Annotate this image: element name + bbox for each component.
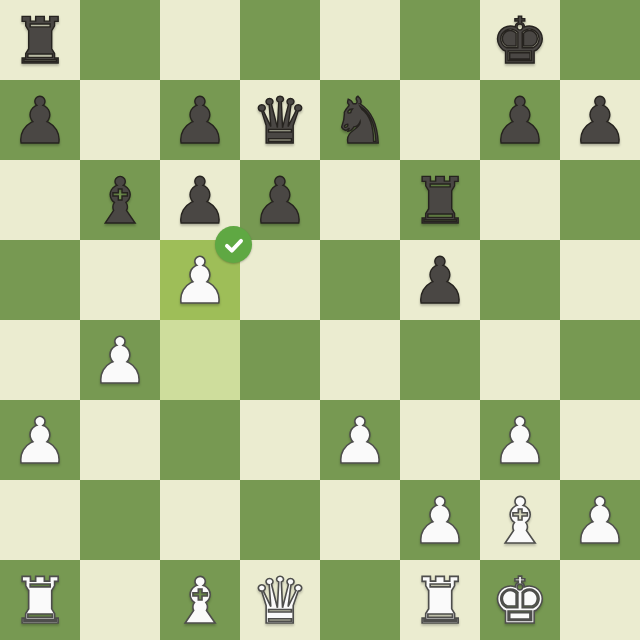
square-h8[interactable] (560, 0, 640, 80)
square-f8[interactable] (400, 0, 480, 80)
piece-white-bishop[interactable]: ♝ (171, 569, 228, 633)
square-f4[interactable] (400, 320, 480, 400)
square-d5[interactable] (240, 240, 320, 320)
board-edge-left (0, 0, 1, 640)
square-f6[interactable]: ♜ (400, 160, 480, 240)
piece-black-pawn[interactable]: ♟ (171, 89, 228, 153)
square-a6[interactable] (0, 160, 80, 240)
piece-white-pawn[interactable]: ♟ (11, 409, 68, 473)
square-g3[interactable]: ♟ (480, 400, 560, 480)
square-b7[interactable] (80, 80, 160, 160)
piece-white-pawn[interactable]: ♟ (171, 249, 228, 313)
piece-black-queen[interactable]: ♛ (251, 89, 308, 153)
square-f7[interactable] (400, 80, 480, 160)
piece-black-bishop[interactable]: ♝ (91, 169, 148, 233)
square-e4[interactable] (320, 320, 400, 400)
square-d7[interactable]: ♛ (240, 80, 320, 160)
piece-black-pawn[interactable]: ♟ (11, 89, 68, 153)
square-d2[interactable] (240, 480, 320, 560)
square-h4[interactable] (560, 320, 640, 400)
square-b5[interactable] (80, 240, 160, 320)
square-a5[interactable] (0, 240, 80, 320)
piece-black-pawn[interactable]: ♟ (171, 169, 228, 233)
square-g2[interactable]: ♝ (480, 480, 560, 560)
piece-white-bishop[interactable]: ♝ (491, 489, 548, 553)
piece-white-rook[interactable]: ♜ (411, 569, 468, 633)
square-e1[interactable] (320, 560, 400, 640)
square-f5[interactable]: ♟ (400, 240, 480, 320)
piece-white-king[interactable]: ♚ (491, 569, 548, 633)
check-icon (221, 232, 247, 258)
square-b4[interactable]: ♟ (80, 320, 160, 400)
square-g6[interactable] (480, 160, 560, 240)
square-g5[interactable] (480, 240, 560, 320)
square-a8[interactable]: ♜ (0, 0, 80, 80)
square-e2[interactable] (320, 480, 400, 560)
piece-white-queen[interactable]: ♛ (251, 569, 308, 633)
piece-white-pawn[interactable]: ♟ (491, 409, 548, 473)
square-h1[interactable] (560, 560, 640, 640)
correct-move-badge (215, 226, 252, 263)
square-b2[interactable] (80, 480, 160, 560)
piece-black-rook[interactable]: ♜ (11, 9, 68, 73)
square-d8[interactable] (240, 0, 320, 80)
piece-white-pawn[interactable]: ♟ (331, 409, 388, 473)
square-e8[interactable] (320, 0, 400, 80)
square-a4[interactable] (0, 320, 80, 400)
square-d1[interactable]: ♛ (240, 560, 320, 640)
square-a1[interactable]: ♜ (0, 560, 80, 640)
square-a2[interactable] (0, 480, 80, 560)
square-c3[interactable] (160, 400, 240, 480)
square-c7[interactable]: ♟ (160, 80, 240, 160)
square-c1[interactable]: ♝ (160, 560, 240, 640)
piece-white-rook[interactable]: ♜ (11, 569, 68, 633)
square-h3[interactable] (560, 400, 640, 480)
square-g8[interactable]: ♚ (480, 0, 560, 80)
piece-black-pawn[interactable]: ♟ (491, 89, 548, 153)
square-h2[interactable]: ♟ (560, 480, 640, 560)
piece-black-pawn[interactable]: ♟ (251, 169, 308, 233)
square-f3[interactable] (400, 400, 480, 480)
square-d4[interactable] (240, 320, 320, 400)
square-b6[interactable]: ♝ (80, 160, 160, 240)
square-h7[interactable]: ♟ (560, 80, 640, 160)
square-e5[interactable] (320, 240, 400, 320)
piece-black-knight[interactable]: ♞ (331, 89, 388, 153)
square-f1[interactable]: ♜ (400, 560, 480, 640)
square-c8[interactable] (160, 0, 240, 80)
piece-black-rook[interactable]: ♜ (411, 169, 468, 233)
square-b3[interactable] (80, 400, 160, 480)
piece-white-pawn[interactable]: ♟ (91, 329, 148, 393)
chess-app-frame: ♜♚♟♟♛♞♟♟♝♟♟♜♟♟♟♟♟♟♟♝♟♜♝♛♜♚ (0, 0, 640, 640)
square-f2[interactable]: ♟ (400, 480, 480, 560)
square-h6[interactable] (560, 160, 640, 240)
piece-black-pawn[interactable]: ♟ (571, 89, 628, 153)
piece-white-pawn[interactable]: ♟ (411, 489, 468, 553)
square-e6[interactable] (320, 160, 400, 240)
square-g4[interactable] (480, 320, 560, 400)
square-d3[interactable] (240, 400, 320, 480)
square-g1[interactable]: ♚ (480, 560, 560, 640)
square-e7[interactable]: ♞ (320, 80, 400, 160)
square-c4[interactable] (160, 320, 240, 400)
square-c2[interactable] (160, 480, 240, 560)
square-d6[interactable]: ♟ (240, 160, 320, 240)
piece-black-king[interactable]: ♚ (491, 9, 548, 73)
chess-board: ♜♚♟♟♛♞♟♟♝♟♟♜♟♟♟♟♟♟♟♝♟♜♝♛♜♚ (0, 0, 640, 640)
square-g7[interactable]: ♟ (480, 80, 560, 160)
square-a3[interactable]: ♟ (0, 400, 80, 480)
piece-white-pawn[interactable]: ♟ (571, 489, 628, 553)
square-b1[interactable] (80, 560, 160, 640)
piece-black-pawn[interactable]: ♟ (411, 249, 468, 313)
square-h5[interactable] (560, 240, 640, 320)
square-b8[interactable] (80, 0, 160, 80)
square-a7[interactable]: ♟ (0, 80, 80, 160)
square-e3[interactable]: ♟ (320, 400, 400, 480)
